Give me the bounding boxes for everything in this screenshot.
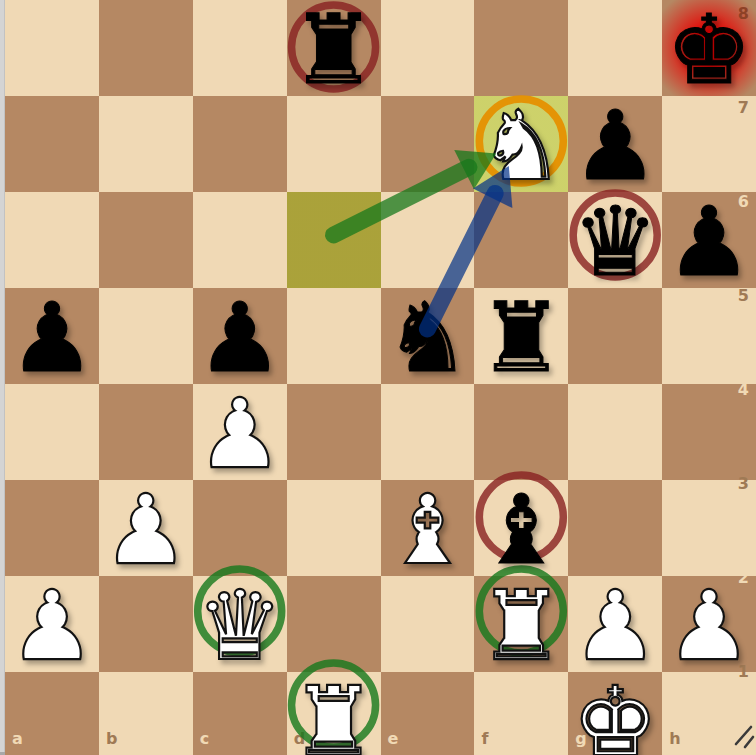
- square-a1[interactable]: [5, 672, 99, 755]
- piece-black-B-f3[interactable]: ♝: [478, 482, 564, 578]
- square-g3[interactable]: [568, 480, 662, 576]
- square-c6[interactable]: [193, 192, 287, 288]
- piece-black-P-h6[interactable]: ♟: [666, 194, 752, 290]
- piece-black-N-e5[interactable]: ♞: [384, 290, 470, 386]
- square-f4[interactable]: [474, 384, 568, 480]
- square-a4[interactable]: [5, 384, 99, 480]
- piece-black-K-h8[interactable]: ♚: [666, 2, 752, 98]
- square-e5[interactable]: ♞: [381, 288, 475, 384]
- piece-black-P-c5[interactable]: ♟: [197, 290, 283, 386]
- square-c1[interactable]: [193, 672, 287, 755]
- piece-white-P-c4[interactable]: ♟: [197, 386, 283, 482]
- square-c7[interactable]: [193, 96, 287, 192]
- square-e3[interactable]: ♝: [381, 480, 475, 576]
- square-a8[interactable]: [5, 0, 99, 96]
- piece-black-P-g7[interactable]: ♟: [572, 98, 658, 194]
- square-h4[interactable]: [662, 384, 756, 480]
- square-d5[interactable]: [287, 288, 381, 384]
- square-g1[interactable]: ♚: [568, 672, 662, 755]
- square-h2[interactable]: ♟: [662, 576, 756, 672]
- square-b5[interactable]: [99, 288, 193, 384]
- piece-white-N-f7[interactable]: ♞: [478, 98, 564, 194]
- square-d4[interactable]: [287, 384, 381, 480]
- square-e6[interactable]: [381, 192, 475, 288]
- piece-white-R-f2[interactable]: ♜: [478, 578, 564, 674]
- square-d7[interactable]: [287, 96, 381, 192]
- piece-white-Q-c2[interactable]: ♛: [197, 578, 283, 674]
- square-b4[interactable]: [99, 384, 193, 480]
- square-h5[interactable]: [662, 288, 756, 384]
- piece-black-P-a5[interactable]: ♟: [9, 290, 95, 386]
- chess-board[interactable]: ♜♚♞♟♛♟♟♟♞♜♟♟♝♝♟♛♜♟♟♜♚abcdefgh87654321: [5, 0, 756, 752]
- square-d3[interactable]: [287, 480, 381, 576]
- square-f1[interactable]: [474, 672, 568, 755]
- square-g5[interactable]: [568, 288, 662, 384]
- square-e7[interactable]: [381, 96, 475, 192]
- square-c4[interactable]: ♟: [193, 384, 287, 480]
- square-d2[interactable]: [287, 576, 381, 672]
- square-h7[interactable]: [662, 96, 756, 192]
- square-d1[interactable]: ♜: [287, 672, 381, 755]
- square-c2[interactable]: ♛: [193, 576, 287, 672]
- square-g8[interactable]: [568, 0, 662, 96]
- square-b2[interactable]: [99, 576, 193, 672]
- square-g7[interactable]: ♟: [568, 96, 662, 192]
- square-h1[interactable]: [662, 672, 756, 755]
- square-h6[interactable]: ♟: [662, 192, 756, 288]
- piece-white-B-e3[interactable]: ♝: [384, 482, 470, 578]
- square-g4[interactable]: [568, 384, 662, 480]
- square-b7[interactable]: [99, 96, 193, 192]
- piece-black-Q-g6[interactable]: ♛: [572, 194, 658, 290]
- square-f6[interactable]: [474, 192, 568, 288]
- chess-analysis-screenshot: ♜♚♞♟♛♟♟♟♞♜♟♟♝♝♟♛♜♟♟♜♚abcdefgh87654321: [0, 0, 756, 755]
- square-e8[interactable]: [381, 0, 475, 96]
- square-a7[interactable]: [5, 96, 99, 192]
- square-f3[interactable]: ♝: [474, 480, 568, 576]
- square-b8[interactable]: [99, 0, 193, 96]
- piece-white-P-a2[interactable]: ♟: [9, 578, 95, 674]
- square-a3[interactable]: [5, 480, 99, 576]
- square-c3[interactable]: [193, 480, 287, 576]
- square-h3[interactable]: [662, 480, 756, 576]
- piece-black-R-d8[interactable]: ♜: [291, 2, 377, 98]
- square-f2[interactable]: ♜: [474, 576, 568, 672]
- square-d6[interactable]: [287, 192, 381, 288]
- piece-black-R-f5[interactable]: ♜: [478, 290, 564, 386]
- piece-white-K-g1[interactable]: ♚: [572, 674, 658, 755]
- square-f8[interactable]: [474, 0, 568, 96]
- piece-white-P-g2[interactable]: ♟: [572, 578, 658, 674]
- piece-white-P-h2[interactable]: ♟: [666, 578, 752, 674]
- square-c8[interactable]: [193, 0, 287, 96]
- square-g6[interactable]: ♛: [568, 192, 662, 288]
- square-h8[interactable]: ♚: [662, 0, 756, 96]
- square-a6[interactable]: [5, 192, 99, 288]
- piece-white-R-d1[interactable]: ♜: [291, 674, 377, 755]
- square-a5[interactable]: ♟: [5, 288, 99, 384]
- square-e4[interactable]: [381, 384, 475, 480]
- square-f5[interactable]: ♜: [474, 288, 568, 384]
- piece-white-P-b3[interactable]: ♟: [103, 482, 189, 578]
- square-b1[interactable]: [99, 672, 193, 755]
- square-c5[interactable]: ♟: [193, 288, 287, 384]
- square-e2[interactable]: [381, 576, 475, 672]
- square-b3[interactable]: ♟: [99, 480, 193, 576]
- square-e1[interactable]: [381, 672, 475, 755]
- square-f7[interactable]: ♞: [474, 96, 568, 192]
- square-d8[interactable]: ♜: [287, 0, 381, 96]
- square-g2[interactable]: ♟: [568, 576, 662, 672]
- square-a2[interactable]: ♟: [5, 576, 99, 672]
- square-b6[interactable]: [99, 192, 193, 288]
